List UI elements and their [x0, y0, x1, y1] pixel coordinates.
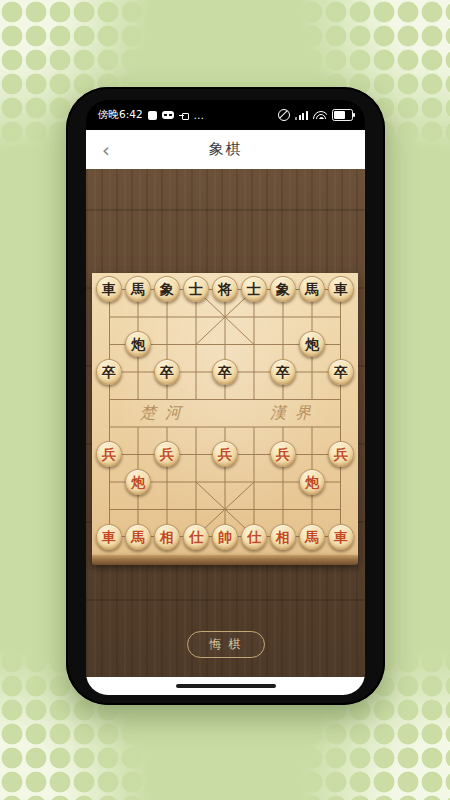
board-cell[interactable]	[269, 385, 298, 413]
board-cell[interactable]: 車	[327, 523, 356, 551]
piece-帥[interactable]: 帥	[212, 524, 238, 550]
board-cell[interactable]	[124, 440, 153, 468]
board-cell[interactable]: 卒	[327, 358, 356, 386]
piece-卒[interactable]: 卒	[154, 359, 180, 385]
board-cell[interactable]	[182, 440, 211, 468]
board-cell[interactable]	[240, 495, 269, 523]
piece-仕[interactable]: 仕	[241, 524, 267, 550]
xiangqi-board: 楚河 漢界 車馬象士将士象馬車炮炮卒卒卒卒卒兵兵兵兵兵炮炮車馬相仕帥仕相馬車	[92, 273, 358, 555]
board-cell[interactable]: 士	[182, 275, 211, 303]
piece-卒[interactable]: 卒	[270, 359, 296, 385]
board-cell[interactable]	[298, 440, 327, 468]
page-title: 象棋	[209, 140, 243, 159]
gamepad-icon	[162, 111, 174, 119]
piece-炮[interactable]: 炮	[299, 469, 325, 495]
board-cell[interactable]	[298, 358, 327, 386]
board-cell[interactable]: 卒	[269, 358, 298, 386]
board-cell[interactable]	[298, 413, 327, 441]
board-cell[interactable]	[211, 413, 240, 441]
board-cell[interactable]	[153, 385, 182, 413]
board-cell[interactable]: 象	[269, 275, 298, 303]
board-cell[interactable]: 兵	[153, 440, 182, 468]
board-cell[interactable]	[298, 385, 327, 413]
board-cell[interactable]	[182, 330, 211, 358]
board-cell[interactable]	[240, 440, 269, 468]
piece-兵[interactable]: 兵	[212, 441, 238, 467]
board-cell[interactable]: 馬	[124, 523, 153, 551]
board-cell[interactable]: 帥	[211, 523, 240, 551]
signal-icon	[295, 110, 308, 120]
piece-車[interactable]: 車	[96, 524, 122, 550]
piece-士[interactable]: 士	[241, 276, 267, 302]
board-cell[interactable]: 炮	[298, 468, 327, 496]
piece-象[interactable]: 象	[270, 276, 296, 302]
board-cell[interactable]	[153, 495, 182, 523]
board-cell[interactable]	[182, 385, 211, 413]
piece-馬[interactable]: 馬	[299, 524, 325, 550]
piece-馬[interactable]: 馬	[125, 524, 151, 550]
piece-兵[interactable]: 兵	[328, 441, 354, 467]
status-bar: 傍晚6:42 …	[86, 100, 365, 130]
board-table-edge	[92, 555, 358, 565]
board-cell[interactable]	[95, 330, 124, 358]
board-cell[interactable]: 車	[95, 523, 124, 551]
piece-兵[interactable]: 兵	[154, 441, 180, 467]
board-cell[interactable]	[124, 413, 153, 441]
board-cell[interactable]	[153, 468, 182, 496]
board-cell[interactable]	[95, 413, 124, 441]
board-cell[interactable]	[124, 385, 153, 413]
board-cell[interactable]	[95, 468, 124, 496]
piece-卒[interactable]: 卒	[328, 359, 354, 385]
board-cell[interactable]	[153, 303, 182, 331]
board-cell[interactable]	[240, 385, 269, 413]
board-cell[interactable]: 炮	[124, 330, 153, 358]
piece-卒[interactable]: 卒	[212, 359, 238, 385]
board-cell[interactable]	[211, 468, 240, 496]
board-cell[interactable]	[182, 303, 211, 331]
undo-move-button[interactable]: 悔棋	[187, 631, 265, 658]
board-cell[interactable]: 兵	[95, 440, 124, 468]
board-cell[interactable]	[182, 358, 211, 386]
board-cell[interactable]: 炮	[124, 468, 153, 496]
board-cell[interactable]	[327, 468, 356, 496]
board-cell[interactable]: 兵	[269, 440, 298, 468]
board-cell[interactable]: 相	[269, 523, 298, 551]
board-cell[interactable]	[269, 468, 298, 496]
board-cell[interactable]: 車	[95, 275, 124, 303]
board-cell[interactable]	[153, 330, 182, 358]
board-cell[interactable]: 卒	[95, 358, 124, 386]
board-cell[interactable]	[327, 413, 356, 441]
board-cell[interactable]: 将	[211, 275, 240, 303]
board-cell[interactable]	[240, 358, 269, 386]
board-cell[interactable]	[182, 495, 211, 523]
piece-相[interactable]: 相	[154, 524, 180, 550]
board-cell[interactable]	[95, 495, 124, 523]
board-cell[interactable]	[240, 303, 269, 331]
board-cell[interactable]	[269, 495, 298, 523]
board-grid: 車馬象士将士象馬車炮炮卒卒卒卒卒兵兵兵兵兵炮炮車馬相仕帥仕相馬車	[95, 275, 356, 550]
piece-車[interactable]: 車	[328, 524, 354, 550]
piece-馬[interactable]: 馬	[299, 276, 325, 302]
board-cell[interactable]: 炮	[298, 330, 327, 358]
board-cell[interactable]: 象	[153, 275, 182, 303]
board-cell[interactable]: 仕	[240, 523, 269, 551]
more-dots: …	[194, 109, 205, 121]
piece-車[interactable]: 車	[96, 276, 122, 302]
board-cell[interactable]	[182, 413, 211, 441]
home-indicator[interactable]	[176, 684, 276, 688]
board-cell[interactable]	[269, 413, 298, 441]
piece-炮[interactable]: 炮	[299, 331, 325, 357]
board-cell[interactable]	[240, 413, 269, 441]
board-cell[interactable]	[240, 468, 269, 496]
board-cell[interactable]	[298, 495, 327, 523]
board-cell[interactable]	[95, 303, 124, 331]
board-cell[interactable]: 卒	[211, 358, 240, 386]
board-cell[interactable]: 士	[240, 275, 269, 303]
rounded-square-icon	[148, 111, 157, 120]
board-cell[interactable]: 兵	[327, 440, 356, 468]
board-cell[interactable]	[124, 358, 153, 386]
piece-士[interactable]: 士	[183, 276, 209, 302]
board-cell[interactable]	[298, 303, 327, 331]
board-cell[interactable]: 馬	[298, 523, 327, 551]
board-cell[interactable]	[269, 303, 298, 331]
board-cell[interactable]	[240, 330, 269, 358]
piece-象[interactable]: 象	[154, 276, 180, 302]
board-cell[interactable]: 仕	[182, 523, 211, 551]
usb-plug-icon	[179, 112, 189, 118]
board-cell[interactable]	[211, 330, 240, 358]
piece-相[interactable]: 相	[270, 524, 296, 550]
mute-icon	[278, 109, 290, 121]
piece-卒[interactable]: 卒	[96, 359, 122, 385]
piece-車[interactable]: 車	[328, 276, 354, 302]
app-header: ‹ 象棋	[86, 130, 365, 169]
back-button[interactable]: ‹	[96, 130, 116, 169]
board-cell[interactable]: 馬	[124, 275, 153, 303]
board-cell[interactable]	[211, 495, 240, 523]
board-cell[interactable]	[124, 495, 153, 523]
board-cell[interactable]	[269, 330, 298, 358]
board-cell[interactable]	[327, 330, 356, 358]
board-cell[interactable]	[211, 303, 240, 331]
board-cell[interactable]: 卒	[153, 358, 182, 386]
battery-icon	[332, 109, 353, 121]
phone-screen: 傍晚6:42 … ‹ 象棋	[86, 100, 365, 695]
board-cell[interactable]	[153, 413, 182, 441]
piece-将[interactable]: 将	[212, 276, 238, 302]
board-cell[interactable]	[327, 385, 356, 413]
piece-炮[interactable]: 炮	[125, 469, 151, 495]
board-cell[interactable]: 兵	[211, 440, 240, 468]
board-cell[interactable]: 相	[153, 523, 182, 551]
board-cell[interactable]	[327, 303, 356, 331]
board-cell[interactable]: 車	[327, 275, 356, 303]
piece-兵[interactable]: 兵	[96, 441, 122, 467]
board-cell[interactable]: 馬	[298, 275, 327, 303]
board-cell[interactable]	[327, 495, 356, 523]
piece-仕[interactable]: 仕	[183, 524, 209, 550]
board-cell[interactable]	[211, 385, 240, 413]
board-cell[interactable]	[182, 468, 211, 496]
wifi-icon	[313, 111, 327, 119]
piece-炮[interactable]: 炮	[125, 331, 151, 357]
piece-兵[interactable]: 兵	[270, 441, 296, 467]
nav-bar	[86, 677, 365, 695]
board-cell[interactable]	[95, 385, 124, 413]
status-time: 傍晚6:42	[98, 108, 143, 122]
game-area: 楚河 漢界 車馬象士将士象馬車炮炮卒卒卒卒卒兵兵兵兵兵炮炮車馬相仕帥仕相馬車 悔…	[86, 169, 365, 677]
phone-frame: 傍晚6:42 … ‹ 象棋	[66, 87, 385, 705]
piece-馬[interactable]: 馬	[125, 276, 151, 302]
board-cell[interactable]	[124, 303, 153, 331]
